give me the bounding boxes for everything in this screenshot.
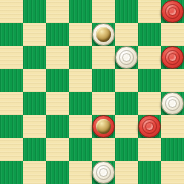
square-r7c5 [115, 161, 138, 184]
square-r3c1 [23, 69, 46, 92]
square-r3c4[interactable] [92, 69, 115, 92]
square-r2c5[interactable] [115, 46, 138, 69]
square-r2c4 [92, 46, 115, 69]
square-r7c1 [23, 161, 46, 184]
square-r4c6 [138, 92, 161, 115]
square-r6c7[interactable] [161, 138, 184, 161]
square-r0c4 [92, 0, 115, 23]
square-r0c1[interactable] [23, 0, 46, 23]
square-r2c7[interactable] [161, 46, 184, 69]
square-r4c0 [0, 92, 23, 115]
square-r5c5 [115, 115, 138, 138]
square-r4c1[interactable] [23, 92, 46, 115]
white-man-piece[interactable] [161, 92, 184, 115]
square-r1c7 [161, 23, 184, 46]
square-r6c0 [0, 138, 23, 161]
square-r3c0[interactable] [0, 69, 23, 92]
square-r7c7 [161, 161, 184, 184]
square-r0c0 [0, 0, 23, 23]
square-r5c0[interactable] [0, 115, 23, 138]
white-king-piece[interactable] [92, 23, 115, 46]
square-r5c7 [161, 115, 184, 138]
square-r7c4[interactable] [92, 161, 115, 184]
square-r4c7[interactable] [161, 92, 184, 115]
square-r7c6[interactable] [138, 161, 161, 184]
square-r0c7[interactable] [161, 0, 184, 23]
square-r0c5[interactable] [115, 0, 138, 23]
square-r6c6 [138, 138, 161, 161]
square-r3c5 [115, 69, 138, 92]
white-man-piece[interactable] [92, 161, 115, 184]
square-r1c2[interactable] [46, 23, 69, 46]
square-r5c2[interactable] [46, 115, 69, 138]
square-r7c2[interactable] [46, 161, 69, 184]
square-r1c3 [69, 23, 92, 46]
square-r0c2 [46, 0, 69, 23]
square-r3c7 [161, 69, 184, 92]
square-r4c5[interactable] [115, 92, 138, 115]
square-r6c5[interactable] [115, 138, 138, 161]
king-crown-icon [96, 119, 111, 134]
square-r3c3 [69, 69, 92, 92]
square-r2c3[interactable] [69, 46, 92, 69]
square-r6c3[interactable] [69, 138, 92, 161]
square-r4c3[interactable] [69, 92, 92, 115]
square-r3c6[interactable] [138, 69, 161, 92]
square-r0c3[interactable] [69, 0, 92, 23]
square-r5c1 [23, 115, 46, 138]
square-r6c4 [92, 138, 115, 161]
square-r1c4[interactable] [92, 23, 115, 46]
square-r0c6 [138, 0, 161, 23]
square-r2c0 [0, 46, 23, 69]
square-r6c1[interactable] [23, 138, 46, 161]
red-king-piece[interactable] [92, 115, 115, 138]
square-r7c3 [69, 161, 92, 184]
square-r1c6[interactable] [138, 23, 161, 46]
red-man-piece[interactable] [161, 0, 184, 23]
square-r4c2 [46, 92, 69, 115]
red-man-piece[interactable] [138, 115, 161, 138]
square-r2c2 [46, 46, 69, 69]
white-man-piece[interactable] [115, 46, 138, 69]
square-r2c6 [138, 46, 161, 69]
king-crown-icon [96, 27, 111, 42]
square-r1c1 [23, 23, 46, 46]
square-r2c1[interactable] [23, 46, 46, 69]
square-r5c6[interactable] [138, 115, 161, 138]
checkers-board [0, 0, 184, 184]
square-r1c0[interactable] [0, 23, 23, 46]
square-r6c2 [46, 138, 69, 161]
square-r5c4[interactable] [92, 115, 115, 138]
square-r7c0[interactable] [0, 161, 23, 184]
square-r4c4 [92, 92, 115, 115]
red-man-piece[interactable] [161, 46, 184, 69]
square-r3c2[interactable] [46, 69, 69, 92]
square-r1c5 [115, 23, 138, 46]
square-r5c3 [69, 115, 92, 138]
